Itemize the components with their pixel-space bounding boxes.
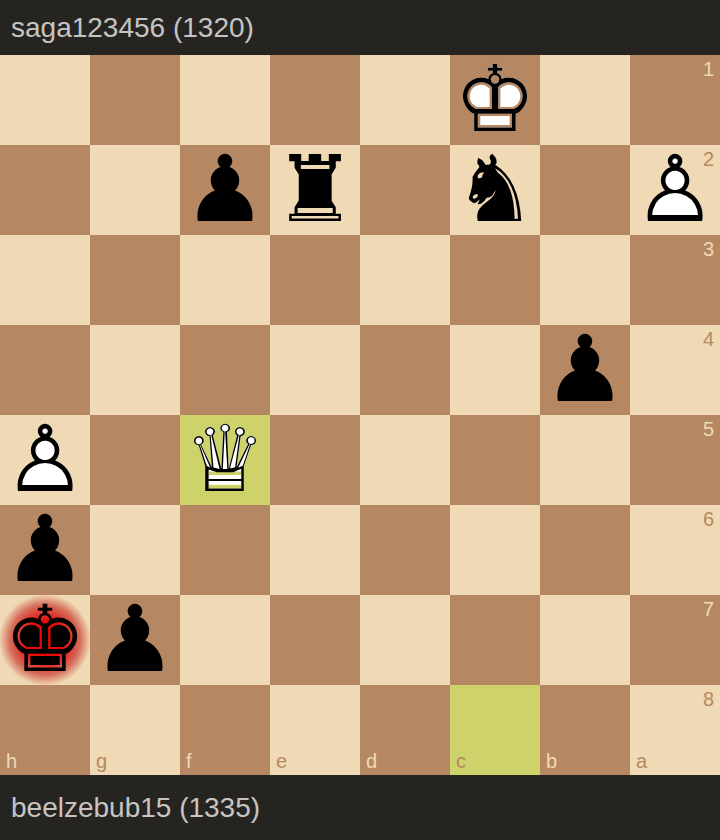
square-f8[interactable]: f	[180, 685, 270, 775]
square-d4[interactable]	[360, 325, 450, 415]
square-b8[interactable]: b	[540, 685, 630, 775]
square-b4[interactable]: ♟	[540, 325, 630, 415]
square-g2[interactable]	[90, 145, 180, 235]
black-king[interactable]: ♚	[0, 595, 90, 685]
rank-label-5: 5	[703, 419, 714, 439]
square-f2[interactable]: ♟	[180, 145, 270, 235]
square-e5[interactable]	[270, 415, 360, 505]
square-h3[interactable]	[0, 235, 90, 325]
square-h4[interactable]	[0, 325, 90, 415]
square-d5[interactable]	[360, 415, 450, 505]
top-player-bar: saga123456 (1320)	[0, 0, 720, 55]
square-c1[interactable]: ♚♔	[450, 55, 540, 145]
rank-label-7: 7	[703, 599, 714, 619]
file-label-g: g	[96, 751, 107, 771]
black-rook[interactable]: ♜	[270, 145, 360, 235]
square-h2[interactable]	[0, 145, 90, 235]
square-c3[interactable]	[450, 235, 540, 325]
file-label-a: a	[636, 751, 647, 771]
square-g8[interactable]: g	[90, 685, 180, 775]
rank-label-8: 8	[703, 689, 714, 709]
file-label-d: d	[366, 751, 377, 771]
square-d7[interactable]	[360, 595, 450, 685]
rank-label-3: 3	[703, 239, 714, 259]
square-f4[interactable]	[180, 325, 270, 415]
rank-label-2: 2	[703, 149, 714, 169]
square-d2[interactable]	[360, 145, 450, 235]
rank-label-1: 1	[703, 59, 714, 79]
square-e1[interactable]	[270, 55, 360, 145]
square-b6[interactable]	[540, 505, 630, 595]
bottom-player-bar: beelzebub15 (1335)	[0, 775, 720, 840]
rank-label-4: 4	[703, 329, 714, 349]
square-g3[interactable]	[90, 235, 180, 325]
square-e7[interactable]	[270, 595, 360, 685]
square-f1[interactable]	[180, 55, 270, 145]
black-pawn[interactable]: ♟	[180, 145, 270, 235]
square-d6[interactable]	[360, 505, 450, 595]
square-f7[interactable]	[180, 595, 270, 685]
square-c2[interactable]: ♞	[450, 145, 540, 235]
file-label-b: b	[546, 751, 557, 771]
black-knight[interactable]: ♞	[450, 145, 540, 235]
file-label-f: f	[186, 751, 192, 771]
square-a8[interactable]: 8a	[630, 685, 720, 775]
square-g4[interactable]	[90, 325, 180, 415]
square-a1[interactable]: 1	[630, 55, 720, 145]
square-h7[interactable]: ♚	[0, 595, 90, 685]
square-b2[interactable]	[540, 145, 630, 235]
rank-label-6: 6	[703, 509, 714, 529]
square-c5[interactable]	[450, 415, 540, 505]
white-queen[interactable]: ♛♕	[180, 415, 270, 505]
white-king[interactable]: ♚♔	[450, 55, 540, 145]
square-f5[interactable]: ♛♕	[180, 415, 270, 505]
square-a4[interactable]: 4	[630, 325, 720, 415]
square-h1[interactable]	[0, 55, 90, 145]
square-c6[interactable]	[450, 505, 540, 595]
square-f6[interactable]	[180, 505, 270, 595]
square-c4[interactable]	[450, 325, 540, 415]
chess-app: saga123456 (1320) ♚♔1♟♜♞♟♙23♟4♟♙♛♕5♟6♚♟7…	[0, 0, 720, 840]
square-g6[interactable]	[90, 505, 180, 595]
black-pawn[interactable]: ♟	[90, 595, 180, 685]
square-c8[interactable]: c	[450, 685, 540, 775]
black-pawn[interactable]: ♟	[540, 325, 630, 415]
square-c7[interactable]	[450, 595, 540, 685]
square-e2[interactable]: ♜	[270, 145, 360, 235]
square-f3[interactable]	[180, 235, 270, 325]
square-b5[interactable]	[540, 415, 630, 505]
file-label-e: e	[276, 751, 287, 771]
square-a5[interactable]: 5	[630, 415, 720, 505]
square-e3[interactable]	[270, 235, 360, 325]
square-d8[interactable]: d	[360, 685, 450, 775]
file-label-h: h	[6, 751, 17, 771]
square-g5[interactable]	[90, 415, 180, 505]
chess-board[interactable]: ♚♔1♟♜♞♟♙23♟4♟♙♛♕5♟6♚♟7hgfedcb8a	[0, 55, 720, 775]
square-b3[interactable]	[540, 235, 630, 325]
square-a7[interactable]: 7	[630, 595, 720, 685]
white-pawn[interactable]: ♟♙	[0, 415, 90, 505]
square-a2[interactable]: ♟♙2	[630, 145, 720, 235]
top-player-name[interactable]: saga123456 (1320)	[11, 12, 254, 44]
bottom-player-name[interactable]: beelzebub15 (1335)	[11, 792, 260, 824]
square-e4[interactable]	[270, 325, 360, 415]
square-b1[interactable]	[540, 55, 630, 145]
black-pawn[interactable]: ♟	[0, 505, 90, 595]
square-d3[interactable]	[360, 235, 450, 325]
square-g1[interactable]	[90, 55, 180, 145]
file-label-c: c	[456, 751, 466, 771]
square-a6[interactable]: 6	[630, 505, 720, 595]
square-e6[interactable]	[270, 505, 360, 595]
square-h6[interactable]: ♟	[0, 505, 90, 595]
square-a3[interactable]: 3	[630, 235, 720, 325]
square-b7[interactable]	[540, 595, 630, 685]
square-h8[interactable]: h	[0, 685, 90, 775]
square-d1[interactable]	[360, 55, 450, 145]
square-e8[interactable]: e	[270, 685, 360, 775]
square-g7[interactable]: ♟	[90, 595, 180, 685]
square-h5[interactable]: ♟♙	[0, 415, 90, 505]
